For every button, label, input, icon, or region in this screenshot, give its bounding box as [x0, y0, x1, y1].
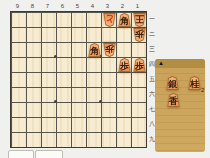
rank-label: 一 [148, 11, 156, 26]
piece-glyph: 歩 [118, 61, 131, 71]
hand-count: 2 [201, 87, 204, 93]
board-square-4-8[interactable] [86, 117, 101, 132]
board-square-1-3[interactable] [131, 42, 146, 57]
file-label: 5 [70, 2, 85, 10]
shogi-piece-hand-銀[interactable]: 銀 [166, 76, 179, 90]
board-square-8-5[interactable] [26, 72, 41, 87]
board-square-8-1[interactable] [26, 12, 41, 27]
control-button-right[interactable] [35, 150, 63, 158]
board-square-8-2[interactable] [26, 27, 41, 42]
sente-marker: ▲ [158, 59, 164, 68]
rank-label: 三 [148, 41, 156, 56]
board-square-6-1[interactable] [56, 12, 71, 27]
board-square-5-6[interactable] [71, 87, 86, 102]
board-square-6-3[interactable] [56, 42, 71, 57]
board-square-8-4[interactable] [26, 57, 41, 72]
board-square-9-3[interactable] [11, 42, 26, 57]
board-square-7-2[interactable] [41, 27, 56, 42]
board-square-7-8[interactable] [41, 117, 56, 132]
board-square-9-7[interactable] [11, 102, 26, 117]
board-square-6-5[interactable] [56, 72, 71, 87]
board-square-5-7[interactable] [71, 102, 86, 117]
piece-glyph: 歩 [133, 29, 146, 39]
board-square-5-4[interactable] [71, 57, 86, 72]
board-square-4-9[interactable] [86, 132, 101, 147]
board-square-7-3[interactable] [41, 42, 56, 57]
shogi-piece-2四[interactable]: 歩 [118, 58, 131, 72]
board-square-3-9[interactable] [101, 132, 116, 147]
piece-glyph: 香 [167, 96, 180, 106]
file-label: 6 [55, 2, 70, 10]
board-square-9-9[interactable] [11, 132, 26, 147]
board-square-4-4[interactable] [86, 57, 101, 72]
board-square-3-5[interactable] [101, 72, 116, 87]
piece-glyph: 角 [118, 16, 131, 26]
board-square-1-8[interactable] [131, 117, 146, 132]
board-square-7-4[interactable] [41, 57, 56, 72]
shogi-piece-1二[interactable]: 歩 [133, 28, 146, 42]
board-square-4-5[interactable] [86, 72, 101, 87]
board-square-7-9[interactable] [41, 132, 56, 147]
board-square-9-1[interactable] [11, 12, 26, 27]
board-square-9-4[interactable] [11, 57, 26, 72]
shogi-board: と角王歩角歩歩歩 [10, 11, 147, 148]
file-label: 9 [10, 2, 25, 10]
board-square-5-9[interactable] [71, 132, 86, 147]
piece-glyph: 角 [88, 46, 101, 56]
board-square-2-2[interactable] [116, 27, 131, 42]
piece-glyph: 桂 [188, 79, 201, 89]
board-square-4-1[interactable] [86, 12, 101, 27]
board-square-7-1[interactable] [41, 12, 56, 27]
shogi-piece-hand-桂[interactable]: 桂 [188, 76, 201, 90]
rank-label: 二 [148, 26, 156, 41]
piece-glyph: と [103, 14, 116, 24]
shogi-piece-1四[interactable]: 歩 [133, 58, 146, 72]
board-square-9-6[interactable] [11, 87, 26, 102]
board-square-6-4[interactable] [56, 57, 71, 72]
piece-glyph: 王 [133, 14, 146, 24]
board-square-8-8[interactable] [26, 117, 41, 132]
board-square-9-2[interactable] [11, 27, 26, 42]
board-square-2-5[interactable] [116, 72, 131, 87]
board-square-3-4[interactable] [101, 57, 116, 72]
board-square-5-2[interactable] [71, 27, 86, 42]
board-square-6-6[interactable] [56, 87, 71, 102]
board-square-1-9[interactable] [131, 132, 146, 147]
shogi-piece-3一[interactable]: と [103, 13, 116, 27]
board-square-6-7[interactable] [56, 102, 71, 117]
board-square-5-1[interactable] [71, 12, 86, 27]
board-square-1-6[interactable] [131, 87, 146, 102]
board-square-5-5[interactable] [71, 72, 86, 87]
board-square-3-7[interactable] [101, 102, 116, 117]
board-square-6-8[interactable] [56, 117, 71, 132]
shogi-piece-1一[interactable]: 王 [133, 13, 146, 27]
board-square-7-7[interactable] [41, 102, 56, 117]
board-square-3-2[interactable] [101, 27, 116, 42]
board-square-9-5[interactable] [11, 72, 26, 87]
control-button-left[interactable] [8, 150, 34, 158]
board-square-8-3[interactable] [26, 42, 41, 57]
board-square-6-2[interactable] [56, 27, 71, 42]
board-square-3-6[interactable] [101, 87, 116, 102]
board-square-7-6[interactable] [41, 87, 56, 102]
board-square-4-2[interactable] [86, 27, 101, 42]
piece-glyph: 歩 [133, 61, 146, 71]
shogi-piece-hand-香[interactable]: 香 [167, 93, 180, 107]
board-square-2-9[interactable] [116, 132, 131, 147]
board-square-8-7[interactable] [26, 102, 41, 117]
board-square-2-7[interactable] [116, 102, 131, 117]
board-square-2-8[interactable] [116, 117, 131, 132]
board-square-4-7[interactable] [86, 102, 101, 117]
board-square-2-6[interactable] [116, 87, 131, 102]
shogi-piece-2一[interactable]: 角 [118, 13, 131, 27]
shogi-piece-4三[interactable]: 角 [88, 43, 101, 57]
tsume-diagram: 987654321 一二三四五六七八九 と角王歩角歩歩歩 ▲ 銀桂2香 [0, 0, 210, 158]
komadai-top-strip: ▲ [155, 59, 205, 68]
file-label: 3 [100, 2, 115, 10]
board-square-2-3[interactable] [116, 42, 131, 57]
file-label: 8 [25, 2, 40, 10]
piece-glyph: 歩 [103, 44, 116, 54]
file-label: 7 [40, 2, 55, 10]
board-square-7-5[interactable] [41, 72, 56, 87]
board-square-1-5[interactable] [131, 72, 146, 87]
file-label: 2 [115, 2, 130, 10]
board-square-6-9[interactable] [56, 132, 71, 147]
file-label: 1 [130, 2, 145, 10]
board-square-3-8[interactable] [101, 117, 116, 132]
piece-glyph: 銀 [166, 79, 179, 89]
sente-komadai: ▲ 銀桂2香 [155, 59, 205, 152]
shogi-piece-3三[interactable]: 歩 [103, 43, 116, 57]
file-coordinates: 987654321 [10, 2, 145, 10]
board-square-5-8[interactable] [71, 117, 86, 132]
board-square-9-8[interactable] [11, 117, 26, 132]
board-square-5-3[interactable] [71, 42, 86, 57]
board-square-8-9[interactable] [26, 132, 41, 147]
file-label: 4 [85, 2, 100, 10]
board-square-4-6[interactable] [86, 87, 101, 102]
board-square-1-7[interactable] [131, 102, 146, 117]
board-square-8-6[interactable] [26, 87, 41, 102]
